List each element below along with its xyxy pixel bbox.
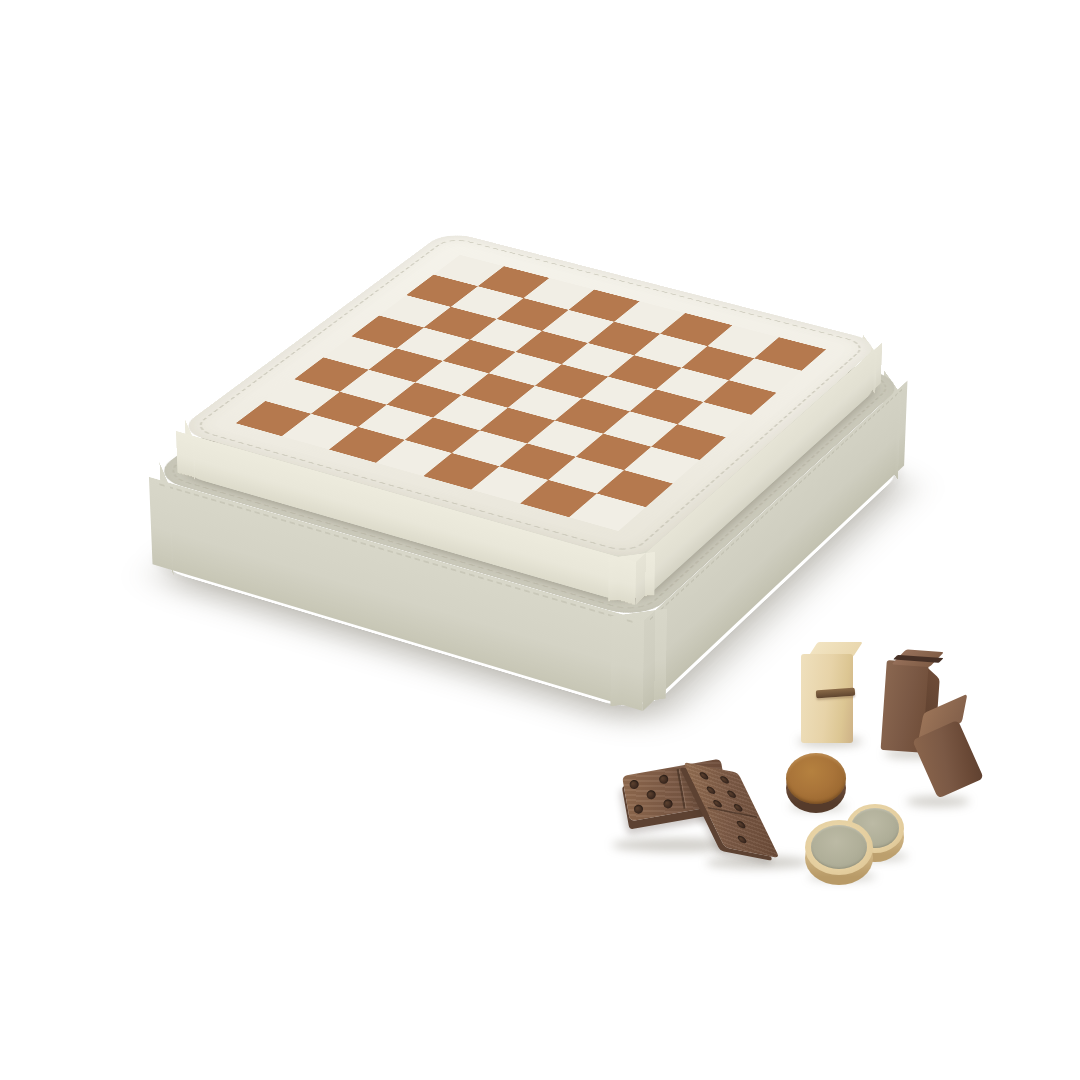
checker-walnut-tan [786,753,846,815]
checker-face [805,820,873,875]
domino-pip [698,772,709,781]
domino-pip [645,789,655,799]
domino-pip [711,799,722,808]
domino-pip [732,803,743,812]
piece-top-face [892,649,944,667]
domino-pip [719,776,730,785]
domino-pip [736,835,747,844]
product-photo [0,0,1080,1080]
domino-pip [628,779,638,789]
domino-pip [662,799,672,809]
domino-pip [633,804,643,814]
chess-piece-maple [801,642,861,744]
piece-notch [893,655,943,663]
domino-pip [735,820,746,829]
domino-pip [705,785,716,794]
piece-shadow [706,856,810,869]
game-box-scene [0,0,1080,1080]
walnut-block-piece [902,714,974,808]
piece-body [801,654,853,743]
domino-pip [726,789,737,798]
checker-leather-face [811,825,867,869]
checker-leather-face [786,753,846,804]
domino-pip [658,774,668,784]
checker-maple-sage-2 [805,820,873,886]
